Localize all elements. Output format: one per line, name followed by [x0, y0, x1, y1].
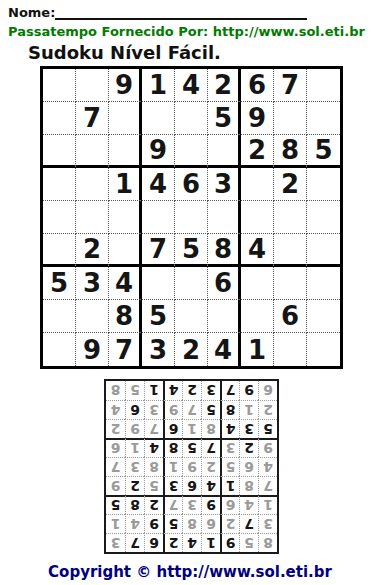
sudoku-puzzle-grid: 914267759928514632275845346856973241: [40, 66, 343, 369]
puzzle-cell[interactable]: [307, 267, 340, 300]
puzzle-cell: 6: [274, 300, 307, 333]
solution-cell: 2: [163, 533, 182, 552]
puzzle-cell[interactable]: [43, 69, 76, 102]
solution-cell: 8: [239, 476, 258, 495]
solution-cell: 3: [220, 438, 239, 457]
solution-cell: 1: [182, 419, 201, 438]
puzzle-cell: 8: [208, 234, 241, 267]
solution-cell: 3: [106, 533, 125, 552]
puzzle-cell: 2: [76, 234, 109, 267]
solution-cell: 2: [220, 514, 239, 533]
solution-cell: 3: [258, 514, 277, 533]
solution-cell: 6: [201, 514, 220, 533]
sudoku-worksheet-page: Nome: Passatempo Fornecido Por: http://w…: [0, 0, 380, 585]
solution-cell: 5: [125, 381, 144, 400]
puzzle-cell[interactable]: [43, 234, 76, 267]
solution-cell: 4: [163, 381, 182, 400]
solution-cell: 9: [201, 495, 220, 514]
solution-cell: 5: [163, 514, 182, 533]
puzzle-cell[interactable]: [76, 300, 109, 333]
solution-cell: 1: [125, 438, 144, 457]
puzzle-cell: 9: [142, 135, 175, 168]
puzzle-cell[interactable]: [175, 267, 208, 300]
puzzle-cell[interactable]: [43, 201, 76, 234]
solution-cell: 6: [182, 476, 201, 495]
puzzle-cell[interactable]: [175, 201, 208, 234]
solution-cell: 4: [258, 457, 277, 476]
name-row: Nome:: [0, 0, 380, 20]
sudoku-solution-grid-rotated: 8591426733726859411469372857814635294652…: [104, 379, 279, 554]
solution-cell: 8: [106, 381, 125, 400]
solution-cell: 2: [144, 495, 163, 514]
puzzle-cell[interactable]: [142, 201, 175, 234]
solution-cell: 8: [182, 514, 201, 533]
solution-cell: 1: [239, 400, 258, 419]
solution-cell: 7: [163, 495, 182, 514]
solution-cell: 8: [201, 419, 220, 438]
puzzle-cell[interactable]: [241, 300, 274, 333]
puzzle-cell: 5: [175, 234, 208, 267]
solution-cell: 1: [163, 457, 182, 476]
solution-cell: 4: [144, 438, 163, 457]
puzzle-cell: 1: [142, 69, 175, 102]
puzzle-cell[interactable]: [76, 201, 109, 234]
puzzle-cell[interactable]: [307, 102, 340, 135]
solution-cell: 2: [125, 476, 144, 495]
puzzle-cell: 6: [208, 267, 241, 300]
puzzle-cell: 2: [175, 333, 208, 366]
puzzle-cell[interactable]: [307, 168, 340, 201]
solution-cell: 5: [144, 476, 163, 495]
solution-cell: 6: [258, 381, 277, 400]
solution-cell: 3: [144, 400, 163, 419]
puzzle-cell[interactable]: [43, 102, 76, 135]
puzzle-cell: 6: [175, 168, 208, 201]
puzzle-cell: 3: [142, 333, 175, 366]
solution-cell: 7: [106, 457, 125, 476]
solution-cell: 1: [106, 514, 125, 533]
copyright-line: Copyright © http://www.sol.eti.br: [0, 563, 380, 581]
puzzle-cell: 2: [274, 168, 307, 201]
solution-cell: 3: [163, 476, 182, 495]
puzzle-cell[interactable]: [142, 267, 175, 300]
puzzle-cell: 8: [274, 135, 307, 168]
solution-cell: 9: [163, 400, 182, 419]
solution-cell: 3: [125, 457, 144, 476]
solution-cell: 8: [258, 533, 277, 552]
puzzle-cell[interactable]: [175, 300, 208, 333]
puzzle-cell: 5: [208, 102, 241, 135]
solution-cell: 4: [201, 476, 220, 495]
puzzle-cell: 5: [43, 267, 76, 300]
puzzle-cell[interactable]: [76, 168, 109, 201]
solution-cell: 6: [163, 419, 182, 438]
puzzle-cell[interactable]: [274, 267, 307, 300]
puzzle-cell[interactable]: [175, 102, 208, 135]
solution-cell: 6: [106, 438, 125, 457]
puzzle-cell[interactable]: [307, 201, 340, 234]
solution-cell: 5: [182, 438, 201, 457]
puzzle-cell: 5: [307, 135, 340, 168]
solution-cell: 9: [239, 381, 258, 400]
puzzle-cell[interactable]: [274, 234, 307, 267]
solution-cell: 6: [125, 400, 144, 419]
puzzle-cell[interactable]: [307, 234, 340, 267]
puzzle-cell: 9: [241, 102, 274, 135]
puzzle-cell[interactable]: [274, 201, 307, 234]
puzzle-cell[interactable]: [241, 267, 274, 300]
solution-area: 8591426733726859411469372857814635294652…: [104, 379, 279, 554]
solution-cell: 5: [258, 419, 277, 438]
puzzle-cell[interactable]: [208, 201, 241, 234]
puzzle-cell: 7: [109, 333, 142, 366]
solution-cell: 8: [125, 495, 144, 514]
solution-cell: 4: [125, 514, 144, 533]
solution-cell: 2: [258, 400, 277, 419]
puzzle-cell: 4: [142, 168, 175, 201]
solution-cell: 5: [220, 457, 239, 476]
solution-cell: 1: [220, 476, 239, 495]
puzzle-cell[interactable]: [109, 135, 142, 168]
solution-cell: 5: [239, 533, 258, 552]
name-label: Nome:: [8, 6, 55, 20]
puzzle-cell[interactable]: [109, 102, 142, 135]
solution-cell: 9: [106, 476, 125, 495]
solution-cell: 9: [258, 438, 277, 457]
puzzle-cell: 4: [208, 333, 241, 366]
provider-line: Passatempo Fornecido Por: http://www.sol…: [8, 24, 380, 39]
solution-cell: 1: [258, 495, 277, 514]
puzzle-cell[interactable]: [208, 135, 241, 168]
solution-cell: 4: [239, 495, 258, 514]
puzzle-cell: 7: [76, 102, 109, 135]
solution-cell: 7: [201, 438, 220, 457]
solution-cell: 1: [201, 533, 220, 552]
puzzle-cell: 4: [175, 69, 208, 102]
puzzle-cell: 6: [241, 69, 274, 102]
solution-cell: 7: [144, 419, 163, 438]
solution-cell: 3: [182, 495, 201, 514]
puzzle-cell[interactable]: [241, 201, 274, 234]
puzzle-cell: 9: [76, 333, 109, 366]
puzzle-cell[interactable]: [142, 102, 175, 135]
solution-cell: 2: [106, 419, 125, 438]
puzzle-cell[interactable]: [274, 333, 307, 366]
solution-cell: 7: [239, 514, 258, 533]
puzzle-cell: 1: [241, 333, 274, 366]
solution-cell: 4: [182, 533, 201, 552]
page-title: Sudoku Nível Fácil.: [28, 42, 380, 63]
solution-cell: 7: [125, 533, 144, 552]
puzzle-cell[interactable]: [43, 168, 76, 201]
solution-cell: 7: [220, 381, 239, 400]
solution-cell: 9: [220, 533, 239, 552]
puzzle-cell[interactable]: [241, 168, 274, 201]
puzzle-cell[interactable]: [208, 300, 241, 333]
solution-cell: 1: [144, 381, 163, 400]
puzzle-cell[interactable]: [307, 300, 340, 333]
puzzle-cell: 1: [109, 168, 142, 201]
puzzle-cell[interactable]: [307, 69, 340, 102]
puzzle-cell[interactable]: [109, 201, 142, 234]
puzzle-cell[interactable]: [76, 69, 109, 102]
solution-cell: 4: [220, 419, 239, 438]
puzzle-cell[interactable]: [175, 135, 208, 168]
solution-cell: 6: [239, 457, 258, 476]
puzzle-cell: 3: [76, 267, 109, 300]
solution-cell: 8: [220, 400, 239, 419]
solution-cell: 6: [144, 533, 163, 552]
solution-cell: 2: [201, 457, 220, 476]
solution-cell: 6: [220, 495, 239, 514]
solution-cell: 9: [125, 419, 144, 438]
puzzle-cell: 8: [109, 300, 142, 333]
puzzle-cell: 4: [241, 234, 274, 267]
puzzle-cell[interactable]: [76, 135, 109, 168]
puzzle-cell: 3: [208, 168, 241, 201]
solution-cell: 2: [239, 438, 258, 457]
solution-cell: 4: [106, 400, 125, 419]
solution-cell: 8: [163, 438, 182, 457]
solution-cell: 5: [201, 400, 220, 419]
solution-cell: 8: [144, 457, 163, 476]
solution-cell: 3: [239, 419, 258, 438]
puzzle-cell: 2: [208, 69, 241, 102]
puzzle-cell: 7: [142, 234, 175, 267]
solution-cell: 7: [182, 400, 201, 419]
solution-cell: 3: [201, 381, 220, 400]
puzzle-cell[interactable]: [307, 333, 340, 366]
puzzle-cell: 4: [109, 267, 142, 300]
puzzle-cell[interactable]: [274, 102, 307, 135]
puzzle-cell: 5: [142, 300, 175, 333]
puzzle-cell: 2: [241, 135, 274, 168]
solution-cell: 9: [182, 457, 201, 476]
solution-cell: 5: [106, 495, 125, 514]
puzzle-cell[interactable]: [43, 135, 76, 168]
puzzle-cell: 7: [274, 69, 307, 102]
solution-cell: 2: [182, 381, 201, 400]
puzzle-cell[interactable]: [43, 300, 76, 333]
name-blank-line[interactable]: [55, 5, 307, 20]
puzzle-cell: 9: [109, 69, 142, 102]
solution-cell: 7: [258, 476, 277, 495]
solution-cell: 9: [144, 514, 163, 533]
puzzle-cell[interactable]: [43, 333, 76, 366]
puzzle-cell[interactable]: [109, 234, 142, 267]
